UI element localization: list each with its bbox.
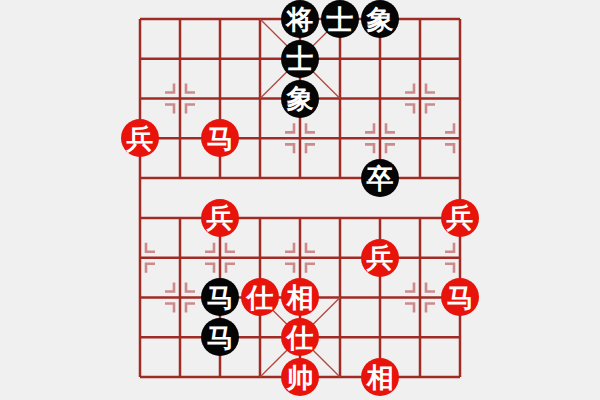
- red-advisor[interactable]: 仕: [241, 278, 279, 316]
- black-horse[interactable]: 马: [201, 278, 239, 316]
- red-soldier[interactable]: 兵: [441, 199, 479, 237]
- red-soldier[interactable]: 兵: [361, 239, 399, 277]
- red-soldier[interactable]: 兵: [201, 199, 239, 237]
- red-horse[interactable]: 马: [201, 119, 239, 157]
- red-soldier[interactable]: 兵: [121, 119, 159, 157]
- black-general[interactable]: 将: [281, 0, 319, 38]
- black-advisor[interactable]: 士: [281, 40, 319, 78]
- red-advisor[interactable]: 仕: [281, 318, 319, 356]
- xiangqi-board: 将士象士象卒马马兵马兵兵兵马仕相仕帅相: [0, 0, 600, 400]
- black-advisor[interactable]: 士: [321, 0, 359, 38]
- red-general[interactable]: 帅: [281, 358, 319, 396]
- red-horse[interactable]: 马: [441, 278, 479, 316]
- red-elephant[interactable]: 相: [281, 278, 319, 316]
- black-soldier[interactable]: 卒: [361, 159, 399, 197]
- black-elephant[interactable]: 象: [361, 0, 399, 38]
- red-elephant[interactable]: 相: [361, 358, 399, 396]
- black-elephant[interactable]: 象: [281, 80, 319, 118]
- pieces-layer: 将士象士象卒马马兵马兵兵兵马仕相仕帅相: [0, 0, 600, 400]
- black-horse[interactable]: 马: [201, 318, 239, 356]
